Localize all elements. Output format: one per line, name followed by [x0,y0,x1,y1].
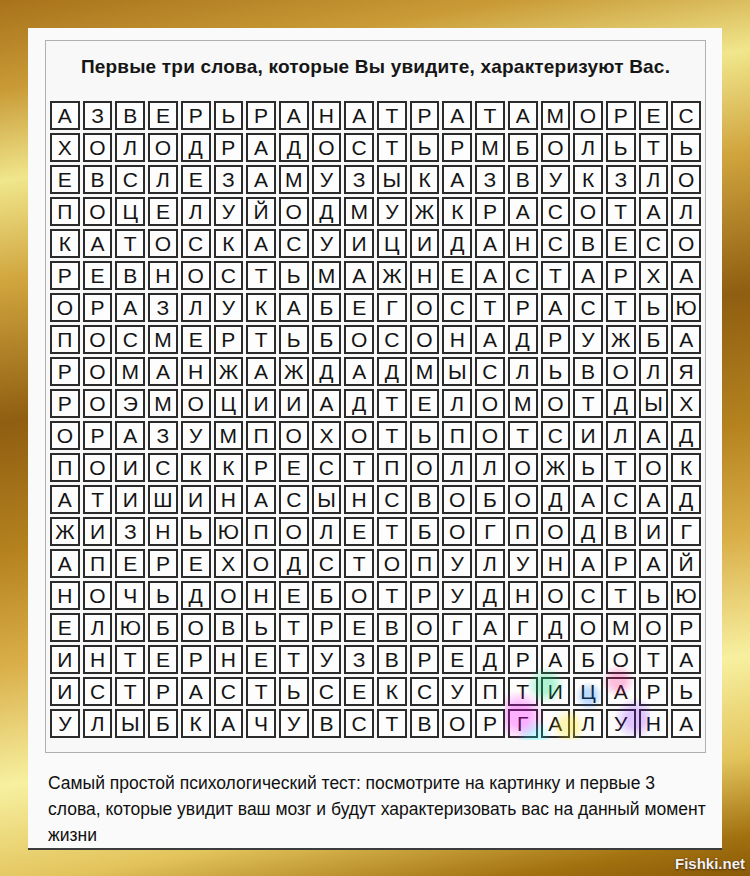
grid-cell[interactable]: З [214,165,244,194]
grid-cell[interactable]: С [508,261,538,290]
grid-cell[interactable]: Е [442,645,472,674]
grid-cell[interactable]: К [573,165,603,194]
grid-cell[interactable]: Д [475,581,505,610]
grid-cell[interactable]: С [671,101,701,130]
grid-cell[interactable]: Т [246,261,276,290]
grid-cell[interactable]: Т [377,101,407,130]
grid-cell[interactable]: Е [639,101,669,130]
grid-cell[interactable]: С [148,453,178,482]
grid-cell[interactable]: Л [115,133,145,162]
grid-cell[interactable]: У [214,197,244,226]
grid-cell[interactable]: И [639,517,669,546]
grid-cell[interactable]: Р [410,101,440,130]
grid-cell[interactable]: С [214,261,244,290]
grid-cell[interactable]: К [181,453,211,482]
grid-cell[interactable]: Е [83,261,113,290]
grid-cell[interactable]: В [573,357,603,386]
grid-cell[interactable]: Р [541,325,571,354]
grid-cell[interactable]: Л [181,293,211,322]
grid-cell[interactable]: А [181,677,211,706]
grid-cell[interactable]: О [442,709,472,738]
grid-cell[interactable]: М [606,613,636,642]
grid-cell[interactable]: И [246,389,276,418]
grid-cell[interactable]: Р [181,645,211,674]
grid-cell[interactable]: К [214,453,244,482]
grid-cell[interactable]: А [573,549,603,578]
grid-cell[interactable]: О [671,229,701,258]
grid-cell[interactable]: А [639,421,669,450]
grid-cell[interactable]: П [50,453,80,482]
grid-cell[interactable]: С [214,677,244,706]
grid-cell[interactable]: О [50,293,80,322]
grid-cell[interactable]: И [410,229,440,258]
grid-cell[interactable]: Л [148,165,178,194]
grid-cell[interactable]: Р [410,581,440,610]
grid-cell[interactable]: У [508,549,538,578]
grid-cell[interactable]: С [279,485,309,514]
grid-cell[interactable]: Л [573,709,603,738]
grid-cell[interactable]: О [83,325,113,354]
grid-cell[interactable]: В [606,517,636,546]
grid-cell[interactable]: Р [181,101,211,130]
grid-cell[interactable]: Т [508,677,538,706]
grid-cell[interactable]: А [541,293,571,322]
grid-cell[interactable]: А [508,101,538,130]
grid-cell[interactable]: Т [377,421,407,450]
grid-cell[interactable]: И [83,517,113,546]
grid-cell[interactable]: Г [508,709,538,738]
grid-cell[interactable]: К [214,229,244,258]
grid-cell[interactable]: У [312,645,342,674]
grid-cell[interactable]: С [573,581,603,610]
grid-cell[interactable]: А [671,261,701,290]
grid-cell[interactable]: З [344,645,374,674]
grid-cell[interactable]: О [83,581,113,610]
grid-cell[interactable]: О [344,581,374,610]
grid-cell[interactable]: Ж [377,261,407,290]
grid-cell[interactable]: У [442,549,472,578]
grid-cell[interactable]: Е [442,261,472,290]
grid-cell[interactable]: П [508,517,538,546]
grid-cell[interactable]: Т [115,645,145,674]
grid-cell[interactable]: Т [606,293,636,322]
grid-cell[interactable]: Н [541,549,571,578]
grid-cell[interactable]: В [410,485,440,514]
grid-cell[interactable]: Т [573,389,603,418]
grid-cell[interactable]: О [541,389,571,418]
grid-cell[interactable]: Н [181,357,211,386]
grid-cell[interactable]: А [639,485,669,514]
grid-cell[interactable]: М [508,389,538,418]
grid-cell[interactable]: Ь [639,293,669,322]
grid-cell[interactable]: Т [606,453,636,482]
grid-cell[interactable]: О [83,197,113,226]
grid-cell[interactable]: Н [246,581,276,610]
grid-cell[interactable]: К [410,165,440,194]
grid-cell[interactable]: И [115,453,145,482]
grid-cell[interactable]: О [410,293,440,322]
grid-cell[interactable]: С [606,485,636,514]
grid-cell[interactable]: К [181,709,211,738]
grid-cell[interactable]: О [83,357,113,386]
grid-cell[interactable]: Р [606,549,636,578]
grid-cell[interactable]: Г [671,517,701,546]
grid-cell[interactable]: С [312,677,342,706]
grid-cell[interactable]: А [246,133,276,162]
grid-cell[interactable]: О [279,197,309,226]
grid-cell[interactable]: Й [246,197,276,226]
grid-cell[interactable]: Д [541,613,571,642]
grid-cell[interactable]: А [246,485,276,514]
grid-cell[interactable]: И [344,229,374,258]
grid-cell[interactable]: Ь [606,133,636,162]
grid-cell[interactable]: М [541,101,571,130]
grid-cell[interactable]: О [442,485,472,514]
grid-cell[interactable]: А [639,197,669,226]
grid-cell[interactable]: О [83,133,113,162]
grid-cell[interactable]: А [246,165,276,194]
grid-cell[interactable]: Б [410,517,440,546]
grid-cell[interactable]: Ц [377,229,407,258]
grid-cell[interactable]: О [83,389,113,418]
grid-cell[interactable]: Д [606,389,636,418]
grid-cell[interactable]: Б [312,325,342,354]
grid-cell[interactable]: П [475,677,505,706]
grid-cell[interactable]: В [115,101,145,130]
grid-cell[interactable]: Л [508,357,538,386]
grid-cell[interactable]: Б [475,485,505,514]
grid-cell[interactable]: Б [573,645,603,674]
grid-cell[interactable]: А [671,645,701,674]
grid-cell[interactable]: Ь [246,613,276,642]
grid-cell[interactable]: Ь [639,581,669,610]
grid-cell[interactable]: У [606,709,636,738]
grid-cell[interactable]: Д [181,133,211,162]
grid-cell[interactable]: Л [83,613,113,642]
grid-cell[interactable]: С [377,325,407,354]
grid-cell[interactable]: О [148,229,178,258]
grid-cell[interactable]: К [671,453,701,482]
grid-cell[interactable]: О [671,165,701,194]
grid-cell[interactable]: Л [312,517,342,546]
grid-cell[interactable]: М [279,165,309,194]
grid-cell[interactable]: Ь [573,453,603,482]
grid-cell[interactable]: Ц [214,389,244,418]
grid-cell[interactable]: И [181,485,211,514]
grid-cell[interactable]: Р [50,261,80,290]
grid-cell[interactable]: О [475,389,505,418]
grid-cell[interactable]: Л [671,197,701,226]
grid-cell[interactable]: Ц [573,677,603,706]
grid-cell[interactable]: Г [377,293,407,322]
grid-cell[interactable]: Ы [312,485,342,514]
grid-cell[interactable]: О [442,517,472,546]
grid-cell[interactable]: С [279,229,309,258]
grid-cell[interactable]: Л [442,453,472,482]
grid-cell[interactable]: Э [115,389,145,418]
grid-cell[interactable]: Т [475,293,505,322]
grid-cell[interactable]: Т [377,581,407,610]
grid-cell[interactable]: С [442,293,472,322]
grid-cell[interactable]: А [573,485,603,514]
grid-cell[interactable]: П [410,549,440,578]
grid-cell[interactable]: Р [214,325,244,354]
grid-cell[interactable]: Т [541,261,571,290]
grid-cell[interactable]: О [606,645,636,674]
grid-cell[interactable]: У [573,325,603,354]
grid-cell[interactable]: Ь [279,325,309,354]
grid-cell[interactable]: У [214,293,244,322]
grid-cell[interactable]: Л [181,197,211,226]
grid-cell[interactable]: Е [148,197,178,226]
grid-cell[interactable]: С [475,357,505,386]
grid-cell[interactable]: Д [312,197,342,226]
grid-cell[interactable]: Е [410,389,440,418]
grid-cell[interactable]: Л [639,357,669,386]
grid-cell[interactable]: Ь [671,677,701,706]
grid-cell[interactable]: Т [344,453,374,482]
grid-cell[interactable]: А [279,293,309,322]
grid-cell[interactable]: С [377,485,407,514]
grid-cell[interactable]: Д [279,133,309,162]
grid-cell[interactable]: Ы [639,389,669,418]
grid-cell[interactable]: Ы [115,709,145,738]
grid-cell[interactable]: И [279,389,309,418]
grid-cell[interactable]: И [573,421,603,450]
grid-cell[interactable]: Х [639,261,669,290]
grid-cell[interactable]: О [181,261,211,290]
grid-cell[interactable]: В [312,709,342,738]
grid-cell[interactable]: М [148,325,178,354]
grid-cell[interactable]: Е [148,645,178,674]
grid-cell[interactable]: А [214,709,244,738]
grid-cell[interactable]: В [83,165,113,194]
grid-cell[interactable]: Р [148,549,178,578]
grid-cell[interactable]: П [377,453,407,482]
grid-cell[interactable]: П [246,421,276,450]
grid-cell[interactable]: Т [639,133,669,162]
grid-cell[interactable]: Х [214,549,244,578]
grid-cell[interactable]: Б [639,325,669,354]
grid-cell[interactable]: Д [573,517,603,546]
grid-cell[interactable]: З [606,165,636,194]
grid-cell[interactable]: М [475,133,505,162]
grid-cell[interactable]: С [115,165,145,194]
grid-cell[interactable]: В [377,645,407,674]
grid-cell[interactable]: Н [344,485,374,514]
grid-cell[interactable]: Д [671,421,701,450]
grid-cell[interactable]: Б [312,581,342,610]
grid-cell[interactable]: Е [246,645,276,674]
grid-cell[interactable]: З [83,101,113,130]
grid-cell[interactable]: В [115,261,145,290]
grid-cell[interactable]: Д [344,389,374,418]
grid-cell[interactable]: О [573,613,603,642]
grid-cell[interactable]: А [279,101,309,130]
grid-cell[interactable]: Ж [606,325,636,354]
grid-cell[interactable]: Ь [671,133,701,162]
grid-cell[interactable]: Ю [671,293,701,322]
grid-cell[interactable]: Н [214,645,244,674]
grid-cell[interactable]: Г [475,517,505,546]
grid-cell[interactable]: У [279,709,309,738]
grid-cell[interactable]: К [246,293,276,322]
grid-cell[interactable]: Т [377,709,407,738]
grid-cell[interactable]: В [508,165,538,194]
grid-cell[interactable]: М [115,357,145,386]
grid-cell[interactable]: У [442,677,472,706]
grid-cell[interactable]: Р [606,101,636,130]
grid-cell[interactable]: Д [312,357,342,386]
grid-cell[interactable]: У [377,197,407,226]
grid-cell[interactable]: Т [115,229,145,258]
grid-cell[interactable]: Р [475,197,505,226]
grid-cell[interactable]: С [181,229,211,258]
grid-cell[interactable]: А [115,421,145,450]
grid-cell[interactable]: А [442,165,472,194]
grid-cell[interactable]: И [115,485,145,514]
grid-cell[interactable]: Ы [377,165,407,194]
grid-cell[interactable]: О [83,453,113,482]
grid-cell[interactable]: Н [639,709,669,738]
grid-cell[interactable]: У [181,421,211,450]
grid-cell[interactable]: А [671,709,701,738]
grid-cell[interactable]: В [410,709,440,738]
grid-cell[interactable]: Т [377,389,407,418]
grid-cell[interactable]: О [410,325,440,354]
grid-cell[interactable]: Д [442,229,472,258]
grid-cell[interactable]: Н [50,581,80,610]
grid-cell[interactable]: О [279,517,309,546]
grid-cell[interactable]: М [312,261,342,290]
grid-cell[interactable]: У [50,709,80,738]
grid-cell[interactable]: Х [50,133,80,162]
grid-cell[interactable]: Р [50,357,80,386]
grid-cell[interactable]: О [181,613,211,642]
grid-cell[interactable]: Е [344,517,374,546]
grid-cell[interactable]: С [83,677,113,706]
grid-cell[interactable]: Ь [279,261,309,290]
grid-cell[interactable]: А [50,485,80,514]
grid-cell[interactable]: К [377,677,407,706]
grid-cell[interactable]: А [573,261,603,290]
grid-cell[interactable]: Р [508,293,538,322]
grid-cell[interactable]: Л [606,421,636,450]
grid-cell[interactable]: О [377,549,407,578]
grid-cell[interactable]: Е [181,549,211,578]
grid-cell[interactable]: С [541,197,571,226]
grid-cell[interactable]: А [312,389,342,418]
grid-cell[interactable]: П [50,197,80,226]
grid-cell[interactable]: Т [246,325,276,354]
grid-cell[interactable]: С [344,709,374,738]
grid-cell[interactable]: С [410,677,440,706]
grid-cell[interactable]: О [541,517,571,546]
grid-cell[interactable]: Т [639,645,669,674]
grid-cell[interactable]: Ь [214,101,244,130]
grid-cell[interactable]: Н [312,101,342,130]
grid-cell[interactable]: Р [246,101,276,130]
grid-cell[interactable]: О [541,133,571,162]
grid-cell[interactable]: О [410,613,440,642]
grid-cell[interactable]: Т [344,549,374,578]
grid-cell[interactable]: А [475,229,505,258]
grid-cell[interactable]: С [541,421,571,450]
grid-cell[interactable]: Т [606,581,636,610]
grid-cell[interactable]: Т [508,421,538,450]
grid-cell[interactable]: Ц [115,197,145,226]
grid-cell[interactable]: П [50,325,80,354]
grid-cell[interactable]: Р [639,677,669,706]
grid-cell[interactable]: Ь [148,581,178,610]
grid-cell[interactable]: Е [344,677,374,706]
grid-cell[interactable]: Х [671,389,701,418]
grid-cell[interactable]: А [475,325,505,354]
grid-cell[interactable]: Е [344,293,374,322]
grid-cell[interactable]: Ш [148,485,178,514]
grid-cell[interactable]: Р [475,709,505,738]
grid-cell[interactable]: Б [148,613,178,642]
grid-cell[interactable]: З [475,165,505,194]
grid-cell[interactable]: А [508,197,538,226]
grid-cell[interactable]: С [115,325,145,354]
grid-cell[interactable]: Т [475,101,505,130]
grid-cell[interactable]: Л [475,549,505,578]
grid-cell[interactable]: Т [246,677,276,706]
grid-cell[interactable]: Н [442,325,472,354]
grid-cell[interactable]: Д [279,549,309,578]
grid-cell[interactable]: З [148,421,178,450]
grid-cell[interactable]: Ь [541,357,571,386]
grid-cell[interactable]: Ж [50,517,80,546]
grid-cell[interactable]: М [148,389,178,418]
grid-cell[interactable]: Ь [279,677,309,706]
grid-cell[interactable]: Р [83,421,113,450]
grid-cell[interactable]: А [50,101,80,130]
grid-cell[interactable]: Ч [246,709,276,738]
grid-cell[interactable]: Р [214,133,244,162]
grid-cell[interactable]: Р [246,453,276,482]
grid-cell[interactable]: Д [508,325,538,354]
grid-cell[interactable]: Г [442,613,472,642]
grid-cell[interactable]: Е [279,581,309,610]
grid-cell[interactable]: Б [508,133,538,162]
grid-cell[interactable]: А [442,101,472,130]
grid-cell[interactable]: Е [181,165,211,194]
grid-cell[interactable]: Р [83,293,113,322]
grid-cell[interactable]: Т [279,645,309,674]
grid-cell[interactable]: М [344,197,374,226]
grid-cell[interactable]: А [83,229,113,258]
grid-cell[interactable]: П [442,421,472,450]
grid-cell[interactable]: Д [377,357,407,386]
grid-cell[interactable]: Т [377,517,407,546]
grid-cell[interactable]: Л [573,133,603,162]
grid-cell[interactable]: Л [442,389,472,418]
grid-cell[interactable]: У [312,229,342,258]
grid-cell[interactable]: А [246,229,276,258]
grid-cell[interactable]: И [50,645,80,674]
grid-cell[interactable]: С [344,133,374,162]
grid-cell[interactable]: В [214,613,244,642]
grid-cell[interactable]: О [214,581,244,610]
grid-cell[interactable]: А [639,549,669,578]
grid-cell[interactable]: Е [115,549,145,578]
grid-cell[interactable]: Н [508,229,538,258]
grid-cell[interactable]: П [246,517,276,546]
grid-cell[interactable]: А [541,709,571,738]
grid-cell[interactable]: А [344,261,374,290]
